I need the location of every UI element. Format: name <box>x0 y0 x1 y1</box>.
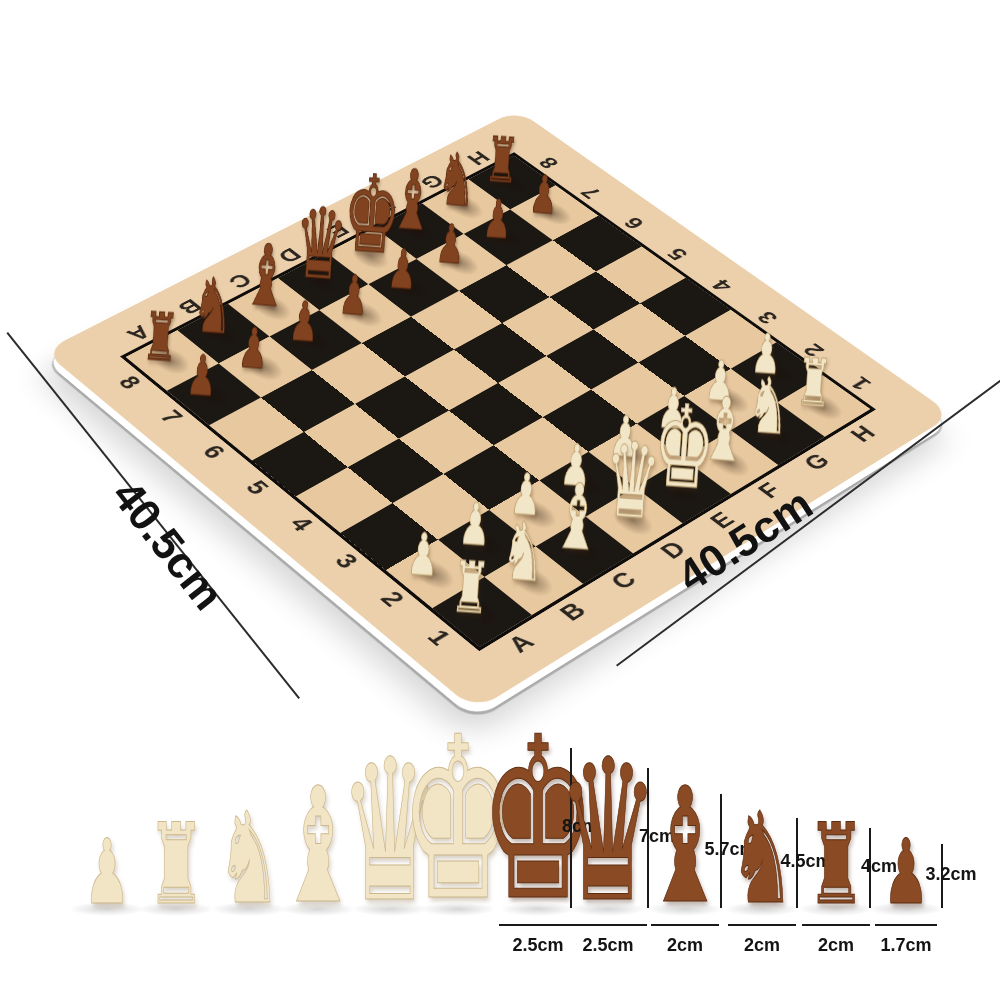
piece-black-knight-g8: ♞ <box>435 147 477 214</box>
piece-black-pawn-e7: ♟ <box>382 245 424 296</box>
piece-size-chart: ♟♜♞♝♛♚♚8cm2.5cm♛7cm2.5cm♝5.7cm2cm♞4.5cm2… <box>0 718 1000 980</box>
chart-brown-pawn: ♟ <box>883 838 930 908</box>
chess-set-product-photo: 87654321H♜♟♟♜HG♞♟♟♞GF♝♟♟♝FE♚♟♟♚ED♛♟♟♛DC♝… <box>0 0 1000 1000</box>
piece-black-bishop-c8: ♝ <box>241 237 285 316</box>
piece-white-rook-a1: ♜ <box>447 555 494 621</box>
base-line-knight <box>728 924 796 926</box>
base-line-queen <box>569 924 647 926</box>
piece-black-pawn-f7: ♟ <box>430 220 472 270</box>
piece-white-knight-g1: ♞ <box>746 370 791 442</box>
chart-white-pawn: ♟ <box>84 838 131 908</box>
file-label-text: H <box>844 421 881 446</box>
piece-black-pawn-b7: ♟ <box>232 323 275 375</box>
piece-black-pawn-c7: ♟ <box>283 296 326 348</box>
piece-white-queen-d1: ♛ <box>601 433 649 529</box>
base-line-rook <box>802 924 870 926</box>
piece-white-rook-h1: ♜ <box>792 352 836 414</box>
rank-label-text: 2 <box>374 587 411 611</box>
piece-black-rook-h8: ♜ <box>482 131 523 189</box>
chess-board-3d: 87654321H♜♟♟♜HG♞♟♟♞GF♝♟♟♝FE♚♟♟♚ED♛♟♟♛DC♝… <box>44 110 953 711</box>
base-label-bishop: 2cm <box>667 935 703 956</box>
file-label-text: B <box>553 598 592 626</box>
piece-black-pawn-d7: ♟ <box>333 270 375 321</box>
piece-white-pawn-b2: ♟ <box>453 498 498 553</box>
base-label-pawn: 1.7cm <box>880 935 931 956</box>
base-label-queen: 2.5cm <box>582 935 633 956</box>
base-line-bishop <box>651 924 719 926</box>
height-label-pawn: 3.2cm <box>925 864 976 885</box>
piece-white-knight-b1: ♞ <box>499 515 546 590</box>
base-label-knight: 2cm <box>744 935 780 956</box>
piece-black-rook-a8: ♜ <box>139 306 183 368</box>
rank-label-text: 1 <box>420 625 457 650</box>
piece-black-pawn-a7: ♟ <box>180 350 223 403</box>
chart-white-knight: ♞ <box>216 810 282 908</box>
chart-brown-rook: ♜ <box>807 821 865 908</box>
piece-black-queen-d8: ♛ <box>291 199 336 289</box>
chart-white-rook: ♜ <box>147 821 205 908</box>
base-label-rook: 2cm <box>818 935 854 956</box>
base-label-king: 2.5cm <box>512 935 563 956</box>
piece-black-pawn-h7: ♟ <box>524 171 565 221</box>
piece-black-pawn-g7: ♟ <box>477 195 518 245</box>
piece-black-knight-b8: ♞ <box>190 271 234 342</box>
piece-white-pawn-a2: ♟ <box>401 528 447 583</box>
piece-white-bishop-c1: ♝ <box>551 475 598 559</box>
chess-board-mat: 87654321H♜♟♟♜HG♞♟♟♞GF♝♟♟♝FE♚♟♟♚ED♛♟♟♛DC♝… <box>44 110 953 711</box>
base-line-pawn <box>875 924 937 926</box>
